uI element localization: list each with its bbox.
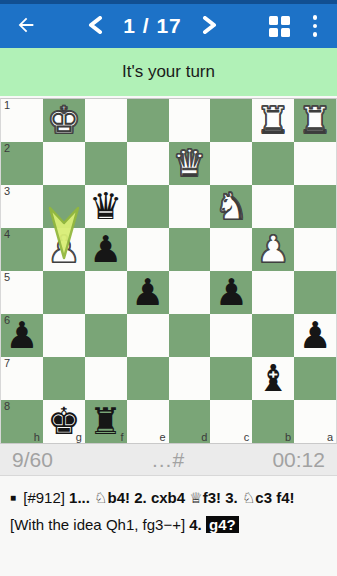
square-f1[interactable] — [85, 99, 127, 142]
square-e5[interactable]: ♟ — [127, 271, 169, 314]
piece-bP: ♟ — [210, 271, 252, 314]
back-button[interactable] — [6, 6, 46, 46]
puzzle-navigator: 1 / 17 — [46, 6, 259, 46]
square-e8[interactable]: e — [127, 400, 169, 443]
prev-puzzle-button[interactable] — [81, 6, 109, 46]
square-c2[interactable] — [210, 142, 252, 185]
status-bar: 9/60 ...# 00:12 — [0, 444, 337, 476]
square-c6[interactable] — [210, 314, 252, 357]
puzzle-list-button[interactable] — [259, 6, 299, 46]
square-d4[interactable] — [169, 228, 211, 271]
square-d2[interactable]: ♛ — [169, 142, 211, 185]
square-h8[interactable]: 8h — [1, 400, 43, 443]
square-d3[interactable] — [169, 185, 211, 228]
objective-label: ...# — [116, 448, 220, 472]
piece-bQ: ♛ — [85, 185, 127, 228]
square-g4[interactable]: ♟ — [43, 228, 85, 271]
square-d1[interactable] — [169, 99, 211, 142]
notation-segment: 4. — [189, 516, 206, 533]
file-label-b: b — [285, 431, 291, 443]
notation-segment: 1... ♘b4! 2. cxb4 ♕f3! 3. ♘c3 f4! — [69, 489, 294, 506]
file-label-a: a — [327, 431, 333, 443]
square-c5[interactable]: ♟ — [210, 271, 252, 314]
notation-segment: [With the idea Qh1, fg3−+] — [10, 516, 189, 533]
square-a2[interactable] — [294, 142, 336, 185]
rank-label-6: 6 — [4, 314, 10, 326]
square-a7[interactable] — [294, 357, 336, 400]
piece-wR: ♜ — [294, 99, 336, 142]
kebab-menu-icon — [313, 15, 318, 37]
square-h3[interactable]: 3 — [1, 185, 43, 228]
square-c8[interactable]: c — [210, 400, 252, 443]
square-b1[interactable]: ♜ — [252, 99, 294, 142]
square-a4[interactable] — [294, 228, 336, 271]
square-g6[interactable] — [43, 314, 85, 357]
square-b4[interactable]: ♟ — [252, 228, 294, 271]
arrow-left-icon — [15, 14, 37, 39]
square-d6[interactable] — [169, 314, 211, 357]
square-a1[interactable]: ♜ — [294, 99, 336, 142]
square-d5[interactable] — [169, 271, 211, 314]
square-c7[interactable] — [210, 357, 252, 400]
square-h1[interactable]: 1 — [1, 99, 43, 142]
chess-board: 1♚♜♜2♛3♛♞4♟♟♟5♟♟♟6♟7♝8h♚g♜fedcba — [0, 98, 337, 444]
square-h7[interactable]: 7 — [1, 357, 43, 400]
square-a3[interactable] — [294, 185, 336, 228]
square-g3[interactable] — [43, 185, 85, 228]
rank-label-5: 5 — [4, 271, 10, 283]
square-c1[interactable] — [210, 99, 252, 142]
square-a8[interactable]: a — [294, 400, 336, 443]
piece-bB: ♝ — [252, 357, 294, 400]
piece-bP: ♟ — [127, 271, 169, 314]
square-b2[interactable] — [252, 142, 294, 185]
turn-banner: It's your turn — [0, 48, 337, 96]
file-label-f: f — [121, 431, 124, 443]
piece-wQ: ♛ — [169, 142, 211, 185]
square-b7[interactable]: ♝ — [252, 357, 294, 400]
square-h2[interactable]: 2 — [1, 142, 43, 185]
file-label-g: g — [76, 431, 82, 443]
square-b3[interactable] — [252, 185, 294, 228]
square-e2[interactable] — [127, 142, 169, 185]
next-puzzle-button[interactable] — [196, 6, 224, 46]
rank-label-2: 2 — [4, 142, 10, 154]
progress-counter: 9/60 — [12, 448, 116, 472]
piece-wK: ♚ — [43, 99, 85, 142]
square-e3[interactable] — [127, 185, 169, 228]
square-b5[interactable] — [252, 271, 294, 314]
square-g1[interactable]: ♚ — [43, 99, 85, 142]
rank-label-8: 8 — [4, 400, 10, 412]
square-e1[interactable] — [127, 99, 169, 142]
file-label-d: d — [201, 431, 207, 443]
square-d7[interactable] — [169, 357, 211, 400]
square-e7[interactable] — [127, 357, 169, 400]
square-a5[interactable] — [294, 271, 336, 314]
piece-wR: ♜ — [252, 99, 294, 142]
square-f3[interactable]: ♛ — [85, 185, 127, 228]
square-e6[interactable] — [127, 314, 169, 357]
piece-wP: ♟ — [43, 228, 85, 271]
square-g7[interactable] — [43, 357, 85, 400]
square-h5[interactable]: 5 — [1, 271, 43, 314]
board-grid: 1♚♜♜2♛3♛♞4♟♟♟5♟♟♟6♟7♝8h♚g♜fedcba — [1, 99, 336, 443]
overflow-menu-button[interactable] — [299, 6, 331, 46]
chevron-left-icon — [87, 16, 103, 37]
square-g8[interactable]: ♚g — [43, 400, 85, 443]
chevron-right-icon — [202, 16, 218, 37]
rank-label-1: 1 — [4, 99, 10, 111]
grid-icon — [269, 16, 290, 37]
square-f8[interactable]: ♜f — [85, 400, 127, 443]
square-f7[interactable] — [85, 357, 127, 400]
square-a6[interactable]: ♟ — [294, 314, 336, 357]
piece-wP: ♟ — [252, 228, 294, 271]
file-label-e: e — [159, 431, 165, 443]
piece-wN: ♞ — [210, 185, 252, 228]
square-e4[interactable] — [127, 228, 169, 271]
square-h4[interactable]: 4 — [1, 228, 43, 271]
square-f2[interactable] — [85, 142, 127, 185]
moves-line[interactable]: ■ [#912] 1... ♘b4! 2. cxb4 ♕f3! 3. ♘c3 f… — [0, 476, 337, 546]
notation-segment: [#912] — [19, 489, 69, 506]
rank-label-3: 3 — [4, 185, 10, 197]
square-b6[interactable] — [252, 314, 294, 357]
square-g2[interactable] — [43, 142, 85, 185]
app-bar: 1 / 17 — [0, 4, 337, 48]
rank-label-7: 7 — [4, 357, 10, 369]
square-h6[interactable]: ♟6 — [1, 314, 43, 357]
square-f4[interactable]: ♟ — [85, 228, 127, 271]
square-c4[interactable] — [210, 228, 252, 271]
turn-banner-text: It's your turn — [122, 62, 215, 82]
timer: 00:12 — [221, 448, 325, 472]
piece-bP: ♟ — [294, 314, 336, 357]
file-label-c: c — [244, 431, 250, 443]
square-d8[interactable]: d — [169, 400, 211, 443]
square-g5[interactable] — [43, 271, 85, 314]
notation-segment: ■ — [10, 492, 16, 503]
current-move-token[interactable]: g4? — [206, 516, 239, 533]
square-c3[interactable]: ♞ — [210, 185, 252, 228]
puzzle-counter: 1 / 17 — [123, 14, 182, 38]
square-f6[interactable] — [85, 314, 127, 357]
square-b8[interactable]: b — [252, 400, 294, 443]
piece-bP: ♟ — [85, 228, 127, 271]
file-label-h: h — [34, 431, 40, 443]
square-f5[interactable] — [85, 271, 127, 314]
rank-label-4: 4 — [4, 228, 10, 240]
